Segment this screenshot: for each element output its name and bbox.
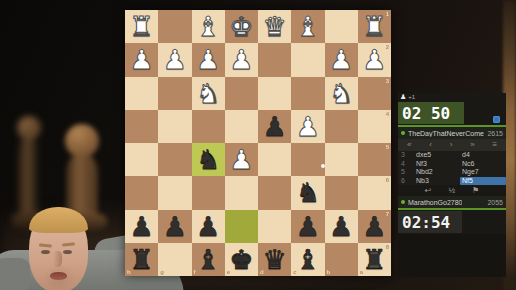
coord-rank-5: 5 — [386, 144, 389, 150]
square-e7[interactable] — [225, 210, 258, 243]
online-dot-icon — [401, 200, 405, 204]
square-d6[interactable] — [258, 176, 291, 209]
square-e5[interactable]: ♟ — [225, 143, 258, 176]
square-d7[interactable] — [258, 210, 291, 243]
go-next-icon[interactable]: › — [450, 140, 453, 150]
square-b4[interactable] — [325, 110, 358, 143]
move-row-5: 5Nbd2Nge7 — [398, 168, 506, 177]
black-pawn-c7: ♟ — [291, 210, 324, 243]
square-g8[interactable]: g — [158, 243, 191, 276]
square-e8[interactable]: ♚e — [225, 243, 258, 276]
top-player-row[interactable]: TheDayThatNeverCome 2615 — [398, 127, 506, 139]
square-a5[interactable]: 5 — [358, 143, 391, 176]
game-side-panel: ♟ +1 02 50 TheDayThatNeverCome 2615 «‹›»… — [398, 93, 506, 277]
move-white-Nf3[interactable]: Nf3 — [414, 160, 460, 168]
chess-board[interactable]: ♜♝♚♛♝♜1♟♟♟♟♟♟2♞♞3♟♟4♞♟5♞6♟♟♟♟♟♟7♜hg♝f♚e♛… — [125, 10, 391, 276]
go-previous-icon[interactable]: ‹ — [429, 140, 432, 150]
square-d4[interactable]: ♟ — [258, 110, 291, 143]
coord-rank-7: 7 — [386, 211, 389, 217]
resign-icon[interactable]: ⚑ — [472, 186, 479, 196]
square-g3[interactable] — [158, 77, 191, 110]
square-g4[interactable] — [158, 110, 191, 143]
move-white-Nbd2[interactable]: Nbd2 — [414, 168, 460, 176]
material-advantage: ♟ +1 — [398, 93, 506, 101]
game-action-buttons: ↩½⚑ — [398, 185, 506, 196]
panel-filler — [398, 234, 506, 277]
coord-rank-4: 4 — [386, 111, 389, 117]
square-g5[interactable] — [158, 143, 191, 176]
online-dot-icon — [401, 131, 405, 135]
coord-rank-6: 6 — [386, 177, 389, 183]
square-d3[interactable] — [258, 77, 291, 110]
square-b3[interactable]: ♞ — [325, 77, 358, 110]
white-king-e1: ♚ — [225, 10, 258, 43]
square-a8[interactable]: ♜8a — [358, 243, 391, 276]
move-white-Nb3[interactable]: Nb3 — [414, 177, 460, 185]
bottom-player-row[interactable]: MarathonGo2780 2055 — [398, 196, 506, 208]
white-pawn-b2: ♟ — [325, 43, 358, 76]
square-f8[interactable]: ♝f — [192, 243, 225, 276]
square-f4[interactable] — [192, 110, 225, 143]
square-h7[interactable]: ♟ — [125, 210, 158, 243]
square-b5[interactable] — [325, 143, 358, 176]
square-g1[interactable] — [158, 10, 191, 43]
move-number: 5 — [398, 168, 414, 176]
square-c7[interactable]: ♟ — [291, 210, 324, 243]
square-e3[interactable] — [225, 77, 258, 110]
black-knight-c6: ♞ — [291, 176, 324, 209]
top-clock-row: 02 50 — [398, 101, 506, 125]
square-b7[interactable]: ♟ — [325, 210, 358, 243]
move-number: 6 — [398, 177, 414, 185]
square-g2[interactable]: ♟ — [158, 43, 191, 76]
square-b1[interactable] — [325, 10, 358, 43]
black-pawn-f7: ♟ — [192, 210, 225, 243]
move-black-Nc6[interactable]: Nc6 — [460, 160, 506, 168]
square-c4[interactable]: ♟ — [291, 110, 324, 143]
coord-file-e: e — [227, 269, 230, 275]
move-row-6: 6Nb3Nf5 — [398, 177, 506, 186]
square-a4[interactable]: 4 — [358, 110, 391, 143]
streamer-hair — [29, 207, 88, 233]
square-f6[interactable] — [192, 176, 225, 209]
go-first-icon[interactable]: « — [407, 140, 411, 150]
square-d5[interactable] — [258, 143, 291, 176]
black-pawn-g7: ♟ — [158, 210, 191, 243]
coord-rank-1: 1 — [386, 11, 389, 17]
square-f2[interactable]: ♟ — [192, 43, 225, 76]
square-b2[interactable]: ♟ — [325, 43, 358, 76]
move-row-4: 4Nf3Nc6 — [398, 160, 506, 169]
move-navigation-bar: «‹›»≡ — [398, 139, 506, 151]
square-c2[interactable] — [291, 43, 324, 76]
black-pawn-d4: ♟ — [258, 110, 291, 143]
move-black-Nf5[interactable]: Nf5 — [460, 177, 506, 185]
square-d8[interactable]: ♛d — [258, 243, 291, 276]
coord-rank-2: 2 — [386, 44, 389, 50]
coord-file-g: g — [160, 269, 164, 275]
square-a3[interactable]: 3 — [358, 77, 391, 110]
coord-file-f: f — [194, 269, 196, 275]
white-queen-d1: ♛ — [258, 10, 291, 43]
white-knight-b3: ♞ — [325, 77, 358, 110]
square-e6[interactable] — [225, 176, 258, 209]
coord-rank-3: 3 — [386, 78, 389, 84]
move-white-dxe5[interactable]: dxe5 — [414, 151, 460, 159]
bottom-clock-row: 02:54 — [398, 210, 506, 234]
white-pawn-e5: ♟ — [225, 143, 258, 176]
coord-file-d: d — [260, 269, 264, 275]
square-f3[interactable]: ♞ — [192, 77, 225, 110]
black-pawn-h7: ♟ — [125, 210, 158, 243]
coord-file-a: a — [360, 269, 363, 275]
move-number: 4 — [398, 160, 414, 168]
board-menu-icon[interactable]: ≡ — [492, 140, 497, 150]
coord-rank-8: 8 — [386, 244, 389, 250]
streamer-eye-right — [63, 250, 72, 254]
square-a6[interactable]: 6 — [358, 176, 391, 209]
square-h3[interactable] — [125, 77, 158, 110]
white-pawn-h2: ♟ — [125, 43, 158, 76]
square-e4[interactable] — [225, 110, 258, 143]
white-rook-h1: ♜ — [125, 10, 158, 43]
white-pawn-f2: ♟ — [192, 43, 225, 76]
square-h1[interactable]: ♜ — [125, 10, 158, 43]
white-pawn-e2: ♟ — [225, 43, 258, 76]
square-c6[interactable]: ♞ — [291, 176, 324, 209]
square-h8[interactable]: ♜h — [125, 243, 158, 276]
move-number: 3 — [398, 151, 414, 159]
move-black-d4[interactable]: d4 — [460, 151, 506, 159]
go-last-icon[interactable]: » — [470, 140, 474, 150]
square-a1[interactable]: ♜1 — [358, 10, 391, 43]
square-f5[interactable]: ♞ — [192, 143, 225, 176]
square-c8[interactable]: ♝c — [291, 243, 324, 276]
move-black-Nge7[interactable]: Nge7 — [460, 168, 506, 176]
square-g6[interactable] — [158, 176, 191, 209]
square-d2[interactable] — [258, 43, 291, 76]
moretime-icon[interactable] — [493, 116, 500, 123]
white-pawn-c4: ♟ — [291, 110, 324, 143]
black-clock: 02:54 — [398, 211, 462, 233]
black-bishop-f8: ♝ — [192, 243, 225, 276]
coord-file-c: c — [293, 269, 296, 275]
square-g7[interactable]: ♟ — [158, 210, 191, 243]
material-advantage-value: +1 — [408, 94, 415, 100]
streamer-eye-left — [41, 250, 50, 254]
bottom-player-rating: 2055 — [487, 199, 503, 206]
white-pawn-material-icon: ♟ — [400, 93, 406, 101]
square-h4[interactable] — [125, 110, 158, 143]
coord-file-h: h — [127, 269, 131, 275]
offer-draw-icon[interactable]: ½ — [448, 186, 455, 196]
takeback-icon[interactable]: ↩ — [425, 186, 432, 196]
square-h6[interactable] — [125, 176, 158, 209]
coord-file-b: b — [327, 269, 331, 275]
square-c1[interactable]: ♝ — [291, 10, 324, 43]
streamer-mouth — [50, 272, 67, 280]
square-c3[interactable] — [291, 77, 324, 110]
white-knight-f3: ♞ — [192, 77, 225, 110]
top-player-rating: 2615 — [487, 130, 503, 137]
cursor-dot — [321, 164, 325, 168]
black-knight-f5: ♞ — [192, 143, 225, 176]
white-bishop-f1: ♝ — [192, 10, 225, 43]
square-a7[interactable]: ♟7 — [358, 210, 391, 243]
top-player-name[interactable]: TheDayThatNeverCome — [408, 130, 484, 137]
square-e1[interactable]: ♚ — [225, 10, 258, 43]
square-e2[interactable]: ♟ — [225, 43, 258, 76]
bottom-player-name[interactable]: MarathonGo2780 — [408, 199, 462, 206]
move-list: 3dxe5d44Nf3Nc65Nbd2Nge76Nb3Nf5 — [398, 151, 506, 185]
white-clock: 02 50 — [398, 102, 464, 124]
black-pawn-b7: ♟ — [325, 210, 358, 243]
square-b6[interactable] — [325, 176, 358, 209]
white-bishop-c1: ♝ — [291, 10, 324, 43]
square-a2[interactable]: ♟2 — [358, 43, 391, 76]
square-f7[interactable]: ♟ — [192, 210, 225, 243]
square-h2[interactable]: ♟ — [125, 43, 158, 76]
square-b8[interactable]: b — [325, 243, 358, 276]
hoodie-left — [0, 258, 30, 290]
square-c5[interactable] — [291, 143, 324, 176]
move-row-3: 3dxe5d4 — [398, 151, 506, 160]
square-h5[interactable] — [125, 143, 158, 176]
square-f1[interactable]: ♝ — [192, 10, 225, 43]
square-d1[interactable]: ♛ — [258, 10, 291, 43]
white-pawn-g2: ♟ — [158, 43, 191, 76]
